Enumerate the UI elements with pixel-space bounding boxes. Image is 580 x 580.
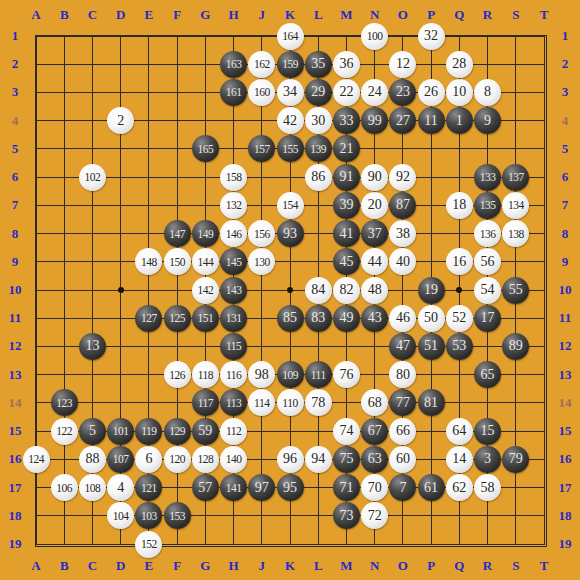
- stone-black-S12[interactable]: 89: [502, 333, 529, 360]
- stone-white-G9[interactable]: 144: [192, 248, 219, 275]
- stone-white-H8[interactable]: 146: [220, 220, 247, 247]
- row-label-right: 3: [551, 84, 579, 100]
- stone-white-K16[interactable]: 96: [277, 446, 304, 473]
- stone-white-N7[interactable]: 20: [361, 192, 388, 219]
- col-label-top: B: [50, 7, 78, 23]
- stone-black-F8[interactable]: 147: [164, 220, 191, 247]
- row-label-left: 12: [1, 338, 29, 354]
- stone-black-D15[interactable]: 101: [107, 418, 134, 445]
- stone-black-G5[interactable]: 165: [192, 135, 219, 162]
- stone-black-E15[interactable]: 119: [135, 418, 162, 445]
- stone-white-M13[interactable]: 76: [333, 361, 360, 388]
- col-label-top: J: [248, 7, 276, 23]
- stone-white-R10[interactable]: 54: [474, 277, 501, 304]
- stone-black-P10[interactable]: 19: [418, 277, 445, 304]
- row-label-left: 7: [1, 197, 29, 213]
- row-label-left: 10: [1, 282, 29, 298]
- row-label-left: 14: [1, 395, 29, 411]
- stone-white-F9[interactable]: 150: [164, 248, 191, 275]
- row-label-right: 10: [551, 282, 579, 298]
- row-label-left: 18: [1, 508, 29, 524]
- stone-white-Q11[interactable]: 52: [446, 305, 473, 332]
- stone-white-K14[interactable]: 110: [277, 389, 304, 416]
- col-label-top: R: [474, 7, 502, 23]
- row-label-left: 9: [1, 254, 29, 270]
- stone-white-M15[interactable]: 74: [333, 418, 360, 445]
- row-label-left: 2: [1, 56, 29, 72]
- stone-black-P12[interactable]: 51: [418, 333, 445, 360]
- stone-black-K8[interactable]: 93: [277, 220, 304, 247]
- stone-black-G8[interactable]: 149: [192, 220, 219, 247]
- col-label-bottom: Q: [445, 558, 473, 574]
- col-label-top: A: [22, 7, 50, 23]
- row-label-left: 5: [1, 141, 29, 157]
- col-label-bottom: T: [530, 558, 558, 574]
- stone-black-G15[interactable]: 59: [192, 418, 219, 445]
- stone-white-Q17[interactable]: 62: [446, 474, 473, 501]
- stone-white-Q16[interactable]: 14: [446, 446, 473, 473]
- col-label-bottom: M: [332, 558, 360, 574]
- col-label-top: M: [332, 7, 360, 23]
- stone-white-L10[interactable]: 84: [305, 277, 332, 304]
- stone-white-L14[interactable]: 78: [305, 389, 332, 416]
- stone-black-K2[interactable]: 159: [277, 51, 304, 78]
- row-label-right: 7: [551, 197, 579, 213]
- stone-black-R11[interactable]: 17: [474, 305, 501, 332]
- stone-white-M3[interactable]: 22: [333, 79, 360, 106]
- stone-black-R7[interactable]: 135: [474, 192, 501, 219]
- go-board[interactable]: AABBCCDDEEFFGGHHJJKKLLMMNNOOPPQQRRSSTT11…: [0, 0, 580, 580]
- stone-white-O11[interactable]: 46: [389, 305, 416, 332]
- col-label-bottom: D: [107, 558, 135, 574]
- stone-black-H12[interactable]: 115: [220, 333, 247, 360]
- stone-white-C17[interactable]: 108: [79, 474, 106, 501]
- row-label-left: 15: [1, 423, 29, 439]
- col-label-bottom: S: [502, 558, 530, 574]
- stone-black-G11[interactable]: 151: [192, 305, 219, 332]
- stone-black-M7[interactable]: 39: [333, 192, 360, 219]
- stone-black-L5[interactable]: 139: [305, 135, 332, 162]
- stone-white-L6[interactable]: 86: [305, 164, 332, 191]
- stone-white-G10[interactable]: 142: [192, 277, 219, 304]
- stone-white-O16[interactable]: 60: [389, 446, 416, 473]
- row-label-left: 6: [1, 169, 29, 185]
- star-point: [287, 287, 293, 293]
- stone-black-P17[interactable]: 61: [418, 474, 445, 501]
- col-label-bottom: L: [304, 558, 332, 574]
- stone-black-H3[interactable]: 161: [220, 79, 247, 106]
- stone-white-L16[interactable]: 94: [305, 446, 332, 473]
- row-label-right: 13: [551, 367, 579, 383]
- col-label-top: F: [163, 7, 191, 23]
- row-label-right: 14: [551, 395, 579, 411]
- stone-black-N8[interactable]: 37: [361, 220, 388, 247]
- col-label-top: S: [502, 7, 530, 23]
- col-label-top: G: [191, 7, 219, 23]
- stone-black-H10[interactable]: 143: [220, 277, 247, 304]
- stone-black-M11[interactable]: 49: [333, 305, 360, 332]
- col-label-bottom: C: [78, 558, 106, 574]
- row-label-right: 8: [551, 226, 579, 242]
- stone-black-C12[interactable]: 13: [79, 333, 106, 360]
- stone-black-H2[interactable]: 163: [220, 51, 247, 78]
- stone-white-H16[interactable]: 140: [220, 446, 247, 473]
- stone-black-G17[interactable]: 57: [192, 474, 219, 501]
- stone-black-S16[interactable]: 79: [502, 446, 529, 473]
- star-point: [118, 287, 124, 293]
- stone-black-Q4[interactable]: 1: [446, 107, 473, 134]
- row-label-left: 17: [1, 480, 29, 496]
- stone-white-D17[interactable]: 4: [107, 474, 134, 501]
- col-label-bottom: R: [474, 558, 502, 574]
- stone-black-M8[interactable]: 41: [333, 220, 360, 247]
- stone-black-L13[interactable]: 111: [305, 361, 332, 388]
- stone-white-R8[interactable]: 136: [474, 220, 501, 247]
- stone-black-M16[interactable]: 75: [333, 446, 360, 473]
- col-label-bottom: H: [220, 558, 248, 574]
- stone-white-M2[interactable]: 36: [333, 51, 360, 78]
- col-label-bottom: N: [361, 558, 389, 574]
- stone-white-R17[interactable]: 58: [474, 474, 501, 501]
- stone-white-Q9[interactable]: 16: [446, 248, 473, 275]
- stone-white-H7[interactable]: 132: [220, 192, 247, 219]
- stone-black-R6[interactable]: 133: [474, 164, 501, 191]
- stone-white-K3[interactable]: 34: [277, 79, 304, 106]
- row-label-left: 11: [1, 310, 29, 326]
- stone-black-K5[interactable]: 155: [277, 135, 304, 162]
- stone-white-M10[interactable]: 82: [333, 277, 360, 304]
- col-label-top: Q: [445, 7, 473, 23]
- stone-black-F15[interactable]: 129: [164, 418, 191, 445]
- stone-white-P11[interactable]: 50: [418, 305, 445, 332]
- stone-black-R13[interactable]: 65: [474, 361, 501, 388]
- stone-white-C6[interactable]: 102: [79, 164, 106, 191]
- stone-black-L11[interactable]: 83: [305, 305, 332, 332]
- stone-white-R3[interactable]: 8: [474, 79, 501, 106]
- stone-white-E19[interactable]: 152: [135, 531, 162, 558]
- stone-white-Q3[interactable]: 10: [446, 79, 473, 106]
- stone-black-F11[interactable]: 125: [164, 305, 191, 332]
- col-label-top: E: [135, 7, 163, 23]
- stone-white-N6[interactable]: 90: [361, 164, 388, 191]
- stone-black-N11[interactable]: 43: [361, 305, 388, 332]
- stone-white-F16[interactable]: 120: [164, 446, 191, 473]
- stone-white-Q2[interactable]: 28: [446, 51, 473, 78]
- stone-white-N1[interactable]: 100: [361, 23, 388, 50]
- row-label-right: 18: [551, 508, 579, 524]
- stone-white-E16[interactable]: 6: [135, 446, 162, 473]
- stone-white-J2[interactable]: 162: [248, 51, 275, 78]
- row-label-left: 8: [1, 226, 29, 242]
- stone-black-S10[interactable]: 55: [502, 277, 529, 304]
- row-label-right: 17: [551, 480, 579, 496]
- col-label-bottom: E: [135, 558, 163, 574]
- col-label-top: T: [530, 7, 558, 23]
- stone-black-F18[interactable]: 153: [164, 502, 191, 529]
- row-label-right: 11: [551, 310, 579, 326]
- stone-black-N16[interactable]: 63: [361, 446, 388, 473]
- row-label-right: 1: [551, 28, 579, 44]
- stone-black-E11[interactable]: 127: [135, 305, 162, 332]
- row-label-right: 9: [551, 254, 579, 270]
- col-label-bottom: G: [191, 558, 219, 574]
- stone-black-H17[interactable]: 141: [220, 474, 247, 501]
- stone-black-M9[interactable]: 45: [333, 248, 360, 275]
- stone-white-O15[interactable]: 66: [389, 418, 416, 445]
- row-label-left: 4: [1, 113, 29, 129]
- stone-black-Q12[interactable]: 53: [446, 333, 473, 360]
- stone-black-R16[interactable]: 3: [474, 446, 501, 473]
- stone-white-P3[interactable]: 26: [418, 79, 445, 106]
- stone-black-H11[interactable]: 131: [220, 305, 247, 332]
- stone-white-K4[interactable]: 42: [277, 107, 304, 134]
- row-label-right: 2: [551, 56, 579, 72]
- col-label-bottom: B: [50, 558, 78, 574]
- stone-white-O2[interactable]: 12: [389, 51, 416, 78]
- stone-black-L3[interactable]: 29: [305, 79, 332, 106]
- stone-white-N17[interactable]: 70: [361, 474, 388, 501]
- row-label-right: 19: [551, 536, 579, 552]
- col-label-top: L: [304, 7, 332, 23]
- col-label-top: K: [276, 7, 304, 23]
- col-label-bottom: O: [389, 558, 417, 574]
- stone-white-K1[interactable]: 164: [277, 23, 304, 50]
- stone-black-L2[interactable]: 35: [305, 51, 332, 78]
- row-label-right: 4: [551, 113, 579, 129]
- col-label-bottom: J: [248, 558, 276, 574]
- row-label-left: 1: [1, 28, 29, 44]
- col-label-top: P: [417, 7, 445, 23]
- stone-white-K7[interactable]: 154: [277, 192, 304, 219]
- stone-white-N3[interactable]: 24: [361, 79, 388, 106]
- stone-black-G14[interactable]: 117: [192, 389, 219, 416]
- stone-white-H13[interactable]: 116: [220, 361, 247, 388]
- stone-white-A16[interactable]: 124: [23, 446, 50, 473]
- stone-black-O7[interactable]: 87: [389, 192, 416, 219]
- row-label-right: 16: [551, 451, 579, 467]
- stone-black-M6[interactable]: 91: [333, 164, 360, 191]
- stone-white-O6[interactable]: 92: [389, 164, 416, 191]
- col-label-bottom: K: [276, 558, 304, 574]
- row-label-right: 5: [551, 141, 579, 157]
- stone-black-R15[interactable]: 15: [474, 418, 501, 445]
- col-label-top: O: [389, 7, 417, 23]
- stone-black-P4[interactable]: 11: [418, 107, 445, 134]
- stone-black-P14[interactable]: 81: [418, 389, 445, 416]
- row-label-right: 6: [551, 169, 579, 185]
- stone-black-M4[interactable]: 33: [333, 107, 360, 134]
- stone-white-H6[interactable]: 158: [220, 164, 247, 191]
- stone-white-Q15[interactable]: 64: [446, 418, 473, 445]
- stone-white-S7[interactable]: 134: [502, 192, 529, 219]
- stone-black-S6[interactable]: 137: [502, 164, 529, 191]
- stone-white-B15[interactable]: 122: [51, 418, 78, 445]
- row-label-right: 12: [551, 338, 579, 354]
- col-label-top: H: [220, 7, 248, 23]
- col-label-top: N: [361, 7, 389, 23]
- stone-black-K17[interactable]: 95: [277, 474, 304, 501]
- stone-white-J3[interactable]: 160: [248, 79, 275, 106]
- stone-white-P1[interactable]: 32: [418, 23, 445, 50]
- col-label-bottom: F: [163, 558, 191, 574]
- stone-white-F13[interactable]: 126: [164, 361, 191, 388]
- row-label-left: 19: [1, 536, 29, 552]
- stone-white-Q7[interactable]: 18: [446, 192, 473, 219]
- stone-white-G13[interactable]: 118: [192, 361, 219, 388]
- stone-white-H15[interactable]: 112: [220, 418, 247, 445]
- stone-black-R4[interactable]: 9: [474, 107, 501, 134]
- stone-black-M18[interactable]: 73: [333, 502, 360, 529]
- stone-black-C15[interactable]: 5: [79, 418, 106, 445]
- stone-white-C16[interactable]: 88: [79, 446, 106, 473]
- stone-white-L4[interactable]: 30: [305, 107, 332, 134]
- stone-white-N10[interactable]: 48: [361, 277, 388, 304]
- row-label-right: 15: [551, 423, 579, 439]
- stone-white-B17[interactable]: 106: [51, 474, 78, 501]
- stone-white-G16[interactable]: 128: [192, 446, 219, 473]
- col-label-bottom: A: [22, 558, 50, 574]
- row-label-left: 13: [1, 367, 29, 383]
- row-label-left: 3: [1, 84, 29, 100]
- col-label-bottom: P: [417, 558, 445, 574]
- stone-black-K11[interactable]: 85: [277, 305, 304, 332]
- stone-black-B14[interactable]: 123: [51, 389, 78, 416]
- stone-black-D16[interactable]: 107: [107, 446, 134, 473]
- stone-black-K13[interactable]: 109: [277, 361, 304, 388]
- stone-black-M17[interactable]: 71: [333, 474, 360, 501]
- stone-black-N15[interactable]: 67: [361, 418, 388, 445]
- col-label-top: D: [107, 7, 135, 23]
- col-label-top: C: [78, 7, 106, 23]
